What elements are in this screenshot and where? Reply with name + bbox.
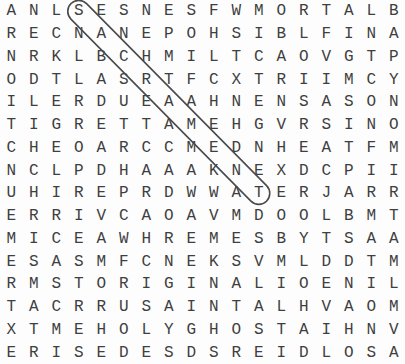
grid-cell[interactable]: B <box>270 228 293 251</box>
grid-cell[interactable]: L <box>135 319 158 342</box>
grid-cell[interactable]: R <box>113 137 136 160</box>
grid-cell[interactable]: R <box>68 91 91 114</box>
grid-cell[interactable]: E <box>248 159 271 182</box>
grid-cell[interactable]: S <box>203 341 226 364</box>
grid-cell[interactable]: V <box>248 250 271 273</box>
grid-cell[interactable]: R <box>23 46 46 69</box>
grid-cell[interactable]: D <box>180 341 203 364</box>
grid-cell[interactable]: N <box>135 0 158 23</box>
grid-cell[interactable]: C <box>135 137 158 160</box>
grid-cell[interactable]: A <box>315 91 338 114</box>
grid-cell[interactable]: L <box>203 46 226 69</box>
grid-cell[interactable]: H <box>135 228 158 251</box>
grid-cell[interactable]: E <box>90 114 113 137</box>
grid-cell[interactable]: P <box>383 46 405 69</box>
grid-cell[interactable]: I <box>180 46 203 69</box>
grid-cell[interactable]: T <box>23 319 46 342</box>
grid-cell[interactable]: E <box>270 182 293 205</box>
grid-cell[interactable]: R <box>270 68 293 91</box>
grid-cell[interactable]: V <box>90 205 113 228</box>
grid-cell[interactable]: N <box>360 319 383 342</box>
grid-cell[interactable]: M <box>225 205 248 228</box>
grid-cell[interactable]: I <box>45 341 68 364</box>
grid-cell[interactable]: E <box>135 341 158 364</box>
grid-cell[interactable]: O <box>180 23 203 46</box>
grid-cell[interactable]: P <box>113 182 136 205</box>
grid-cell[interactable]: A <box>338 182 361 205</box>
grid-cell[interactable]: I <box>180 296 203 319</box>
grid-cell[interactable]: E <box>180 228 203 251</box>
grid-cell[interactable]: M <box>383 250 405 273</box>
grid-cell[interactable]: O <box>293 273 316 296</box>
grid-cell[interactable]: D <box>23 68 46 91</box>
grid-cell[interactable]: A <box>45 250 68 273</box>
grid-cell[interactable]: T <box>45 68 68 91</box>
grid-cell[interactable]: O <box>270 205 293 228</box>
grid-cell[interactable]: D <box>338 250 361 273</box>
grid-cell[interactable]: P <box>158 23 181 46</box>
grid-cell[interactable]: D <box>90 91 113 114</box>
grid-cell[interactable]: S <box>68 341 91 364</box>
grid-cell[interactable]: O <box>0 68 23 91</box>
grid-cell[interactable]: A <box>23 296 46 319</box>
grid-cell[interactable]: C <box>45 228 68 251</box>
grid-cell[interactable]: D <box>293 341 316 364</box>
grid-cell[interactable]: N <box>225 91 248 114</box>
grid-cell[interactable]: D <box>248 205 271 228</box>
grid-cell[interactable]: F <box>113 250 136 273</box>
word-search-grid: ANLSESNESFWMORTALBRECNANEPOHSIBLFINANRKL… <box>0 0 405 364</box>
grid-cell[interactable]: A <box>293 319 316 342</box>
grid-cell[interactable]: C <box>315 159 338 182</box>
grid-cell[interactable]: S <box>225 250 248 273</box>
grid-cell[interactable]: L <box>270 296 293 319</box>
grid-cell[interactable]: R <box>225 341 248 364</box>
grid-cell[interactable]: H <box>338 319 361 342</box>
grid-cell[interactable]: L <box>248 273 271 296</box>
grid-cell[interactable]: T <box>360 250 383 273</box>
grid-cell[interactable]: L <box>45 0 68 23</box>
grid-cell[interactable]: T <box>225 46 248 69</box>
grid-cell[interactable]: S <box>68 0 91 23</box>
grid-cell[interactable]: N <box>360 23 383 46</box>
grid-cell[interactable]: X <box>270 159 293 182</box>
grid-cell[interactable]: K <box>45 46 68 69</box>
grid-cell[interactable]: L <box>68 46 91 69</box>
grid-cell[interactable]: U <box>0 182 23 205</box>
grid-cell[interactable]: E <box>68 319 91 342</box>
grid-cell[interactable]: I <box>383 159 405 182</box>
grid-cell[interactable]: E <box>90 182 113 205</box>
grid-cell[interactable]: A <box>90 68 113 91</box>
grid-cell[interactable]: O <box>270 0 293 23</box>
grid-cell[interactable]: X <box>0 319 23 342</box>
grid-cell[interactable]: E <box>293 137 316 160</box>
grid-cell[interactable]: I <box>68 205 91 228</box>
grid-cell[interactable]: L <box>23 91 46 114</box>
grid-cell[interactable]: L <box>360 0 383 23</box>
grid-cell[interactable]: S <box>248 319 271 342</box>
grid-cell[interactable]: A <box>90 23 113 46</box>
grid-cell[interactable]: C <box>0 137 23 160</box>
grid-cell[interactable]: W <box>203 182 226 205</box>
grid-cell[interactable]: N <box>248 137 271 160</box>
grid-cell[interactable]: S <box>158 341 181 364</box>
grid-cell[interactable]: L <box>315 341 338 364</box>
grid-cell[interactable]: T <box>0 114 23 137</box>
grid-cell[interactable]: E <box>203 137 226 160</box>
grid-cell[interactable]: A <box>135 159 158 182</box>
grid-cell[interactable]: T <box>248 182 271 205</box>
grid-cell[interactable]: E <box>248 341 271 364</box>
grid-cell[interactable]: E <box>180 250 203 273</box>
grid-cell[interactable]: N <box>203 273 226 296</box>
grid-cell[interactable]: H <box>23 182 46 205</box>
grid-cell[interactable]: A <box>248 296 271 319</box>
grid-cell[interactable]: P <box>338 159 361 182</box>
grid-cell[interactable]: Y <box>293 228 316 251</box>
grid-cell[interactable]: R <box>68 182 91 205</box>
grid-cell[interactable]: J <box>315 182 338 205</box>
grid-cell[interactable]: R <box>0 273 23 296</box>
grid-cell[interactable]: H <box>203 23 226 46</box>
grid-cell[interactable]: O <box>293 46 316 69</box>
grid-cell[interactable]: S <box>113 68 136 91</box>
grid-cell[interactable]: E <box>0 205 23 228</box>
grid-cell[interactable]: O <box>225 319 248 342</box>
grid-cell[interactable]: H <box>270 137 293 160</box>
grid-cell[interactable]: N <box>225 159 248 182</box>
grid-cell[interactable]: I <box>270 341 293 364</box>
grid-cell[interactable]: T <box>68 273 91 296</box>
grid-cell[interactable]: I <box>360 159 383 182</box>
grid-cell[interactable]: S <box>135 296 158 319</box>
grid-cell[interactable]: I <box>315 68 338 91</box>
grid-cell[interactable]: D <box>113 341 136 364</box>
grid-cell[interactable]: A <box>383 23 405 46</box>
grid-cell[interactable]: E <box>90 0 113 23</box>
grid-cell[interactable]: I <box>23 114 46 137</box>
grid-cell[interactable]: L <box>383 273 405 296</box>
grid-cell[interactable]: N <box>338 273 361 296</box>
grid-cell[interactable]: E <box>225 228 248 251</box>
grid-cell[interactable]: E <box>158 0 181 23</box>
grid-cell[interactable]: H <box>90 319 113 342</box>
grid-cell[interactable]: R <box>90 296 113 319</box>
grid-cell[interactable]: Y <box>383 68 405 91</box>
grid-cell[interactable]: V <box>383 319 405 342</box>
grid-cell[interactable]: F <box>315 23 338 46</box>
grid-cell[interactable]: R <box>293 182 316 205</box>
word-search-board: ANLSESNESFWMORTALBRECNANEPOHSIBLFINANRKL… <box>0 0 405 364</box>
grid-cell[interactable]: G <box>158 273 181 296</box>
grid-cell[interactable]: E <box>68 228 91 251</box>
grid-cell[interactable]: S <box>315 114 338 137</box>
grid-cell[interactable]: T <box>315 0 338 23</box>
grid-cell[interactable]: T <box>0 296 23 319</box>
grid-cell[interactable]: T <box>270 319 293 342</box>
grid-cell[interactable]: B <box>270 23 293 46</box>
grid-cell[interactable]: A <box>158 296 181 319</box>
grid-cell[interactable]: I <box>338 23 361 46</box>
grid-cell[interactable]: R <box>0 23 23 46</box>
grid-cell[interactable]: R <box>293 0 316 23</box>
grid-cell[interactable]: T <box>113 114 136 137</box>
grid-cell[interactable]: R <box>360 182 383 205</box>
grid-cell[interactable]: H <box>203 319 226 342</box>
grid-cell[interactable]: I <box>293 68 316 91</box>
grid-cell[interactable]: C <box>158 137 181 160</box>
grid-cell[interactable]: I <box>338 114 361 137</box>
grid-cell[interactable]: I <box>248 23 271 46</box>
grid-cell[interactable]: A <box>225 182 248 205</box>
grid-cell[interactable]: O <box>158 205 181 228</box>
grid-cell[interactable]: I <box>315 319 338 342</box>
grid-cell[interactable]: S <box>180 0 203 23</box>
grid-cell[interactable]: O <box>68 137 91 160</box>
grid-cell[interactable]: E <box>135 91 158 114</box>
grid-cell[interactable]: O <box>338 341 361 364</box>
grid-cell[interactable]: X <box>225 68 248 91</box>
grid-cell[interactable]: R <box>68 296 91 319</box>
grid-cell[interactable]: A <box>338 0 361 23</box>
grid-cell[interactable]: E <box>45 137 68 160</box>
grid-cell[interactable]: M <box>23 273 46 296</box>
grid-cell[interactable]: U <box>113 296 136 319</box>
grid-cell[interactable]: M <box>0 228 23 251</box>
grid-cell[interactable]: H <box>203 91 226 114</box>
grid-cell[interactable]: E <box>248 91 271 114</box>
grid-cell[interactable]: M <box>90 250 113 273</box>
grid-cell[interactable]: P <box>68 159 91 182</box>
grid-cell[interactable]: F <box>203 0 226 23</box>
grid-cell[interactable]: S <box>338 91 361 114</box>
grid-cell[interactable]: M <box>383 137 405 160</box>
grid-cell[interactable]: A <box>360 228 383 251</box>
grid-cell[interactable]: O <box>360 296 383 319</box>
grid-cell[interactable]: E <box>0 250 23 273</box>
grid-cell[interactable]: R <box>383 182 405 205</box>
grid-cell[interactable]: N <box>270 91 293 114</box>
grid-cell[interactable]: U <box>113 91 136 114</box>
grid-cell[interactable]: M <box>338 68 361 91</box>
grid-cell[interactable]: I <box>0 91 23 114</box>
grid-cell[interactable]: H <box>135 46 158 69</box>
grid-cell[interactable]: E <box>23 23 46 46</box>
grid-cell[interactable]: L <box>293 23 316 46</box>
grid-cell[interactable]: W <box>225 0 248 23</box>
grid-cell[interactable]: T <box>315 228 338 251</box>
grid-cell[interactable]: R <box>113 273 136 296</box>
grid-cell[interactable]: H <box>23 137 46 160</box>
grid-cell[interactable]: M <box>248 0 271 23</box>
grid-cell[interactable]: O <box>113 319 136 342</box>
grid-cell[interactable]: R <box>68 114 91 137</box>
grid-cell[interactable]: C <box>45 23 68 46</box>
grid-cell[interactable]: N <box>0 159 23 182</box>
grid-cell[interactable]: S <box>293 91 316 114</box>
grid-cell[interactable]: G <box>45 114 68 137</box>
grid-cell[interactable]: A <box>90 228 113 251</box>
grid-cell[interactable]: R <box>135 68 158 91</box>
grid-cell[interactable]: R <box>45 205 68 228</box>
grid-cell[interactable]: N <box>360 114 383 137</box>
grid-cell[interactable]: R <box>158 228 181 251</box>
grid-cell[interactable]: G <box>248 114 271 137</box>
grid-cell[interactable]: K <box>203 159 226 182</box>
grid-cell[interactable]: D <box>158 182 181 205</box>
grid-cell[interactable]: T <box>135 114 158 137</box>
grid-cell[interactable]: T <box>248 68 271 91</box>
grid-cell[interactable]: T <box>225 296 248 319</box>
grid-cell[interactable]: F <box>360 137 383 160</box>
grid-cell[interactable]: E <box>0 341 23 364</box>
grid-cell[interactable]: G <box>338 46 361 69</box>
grid-cell[interactable]: D <box>90 159 113 182</box>
grid-cell[interactable]: R <box>23 205 46 228</box>
grid-cell[interactable]: D <box>315 250 338 273</box>
grid-cell[interactable]: A <box>338 296 361 319</box>
grid-cell[interactable]: A <box>158 114 181 137</box>
grid-cell[interactable]: N <box>113 23 136 46</box>
grid-cell[interactable]: V <box>315 46 338 69</box>
grid-cell[interactable]: A <box>90 137 113 160</box>
grid-cell[interactable]: S <box>360 341 383 364</box>
grid-cell[interactable]: L <box>68 68 91 91</box>
grid-cell[interactable]: M <box>158 46 181 69</box>
grid-cell[interactable]: E <box>203 114 226 137</box>
grid-cell[interactable]: C <box>203 68 226 91</box>
grid-cell[interactable]: W <box>180 182 203 205</box>
grid-cell[interactable]: A <box>315 137 338 160</box>
grid-cell[interactable]: M <box>45 319 68 342</box>
grid-cell[interactable]: B <box>90 46 113 69</box>
grid-cell[interactable]: Y <box>158 319 181 342</box>
grid-cell[interactable]: R <box>23 341 46 364</box>
grid-cell[interactable]: A <box>180 91 203 114</box>
grid-cell[interactable]: T <box>383 205 405 228</box>
grid-cell[interactable]: A <box>158 91 181 114</box>
grid-cell[interactable]: O <box>383 114 405 137</box>
grid-cell[interactable]: H <box>293 296 316 319</box>
grid-cell[interactable]: A <box>383 341 405 364</box>
grid-cell[interactable]: V <box>203 205 226 228</box>
grid-cell[interactable]: G <box>180 319 203 342</box>
grid-cell[interactable]: C <box>113 46 136 69</box>
grid-cell[interactable]: E <box>45 91 68 114</box>
grid-cell[interactable]: S <box>225 23 248 46</box>
grid-cell[interactable]: C <box>45 296 68 319</box>
grid-cell[interactable]: S <box>248 228 271 251</box>
grid-cell[interactable]: S <box>45 273 68 296</box>
grid-cell[interactable]: R <box>135 182 158 205</box>
grid-cell[interactable]: B <box>383 0 405 23</box>
grid-cell[interactable]: V <box>270 114 293 137</box>
grid-cell[interactable]: A <box>0 0 23 23</box>
grid-cell[interactable]: T <box>158 68 181 91</box>
grid-cell[interactable]: L <box>315 205 338 228</box>
grid-cell[interactable]: L <box>45 159 68 182</box>
grid-cell[interactable]: M <box>203 228 226 251</box>
grid-cell[interactable]: O <box>360 91 383 114</box>
grid-cell[interactable]: N <box>68 23 91 46</box>
grid-cell[interactable]: A <box>225 273 248 296</box>
grid-cell[interactable]: O <box>90 273 113 296</box>
grid-cell[interactable]: N <box>158 250 181 273</box>
grid-cell[interactable]: C <box>248 46 271 69</box>
grid-cell[interactable]: W <box>113 228 136 251</box>
grid-cell[interactable]: R <box>293 114 316 137</box>
grid-cell[interactable]: M <box>270 250 293 273</box>
grid-cell[interactable]: I <box>270 273 293 296</box>
grid-cell[interactable]: L <box>293 250 316 273</box>
grid-cell[interactable]: N <box>23 0 46 23</box>
grid-cell[interactable]: D <box>225 137 248 160</box>
grid-cell[interactable]: S <box>68 250 91 273</box>
grid-cell[interactable]: A <box>383 228 405 251</box>
grid-cell[interactable]: K <box>203 250 226 273</box>
grid-cell[interactable]: C <box>113 205 136 228</box>
grid-cell[interactable]: A <box>158 159 181 182</box>
grid-cell[interactable]: M <box>360 205 383 228</box>
grid-cell[interactable]: A <box>180 205 203 228</box>
grid-cell[interactable]: C <box>135 250 158 273</box>
grid-cell[interactable]: C <box>23 159 46 182</box>
grid-cell[interactable]: I <box>360 273 383 296</box>
grid-cell[interactable]: M <box>383 296 405 319</box>
grid-cell[interactable]: A <box>135 205 158 228</box>
grid-cell[interactable]: M <box>180 114 203 137</box>
grid-cell[interactable]: I <box>23 228 46 251</box>
grid-cell[interactable]: O <box>293 205 316 228</box>
grid-cell[interactable]: T <box>338 137 361 160</box>
grid-cell[interactable]: B <box>338 205 361 228</box>
grid-cell[interactable]: A <box>270 46 293 69</box>
grid-cell[interactable]: S <box>338 228 361 251</box>
grid-cell[interactable]: S <box>113 0 136 23</box>
grid-cell[interactable]: S <box>23 250 46 273</box>
grid-cell[interactable]: A <box>180 159 203 182</box>
grid-cell[interactable]: E <box>315 273 338 296</box>
grid-cell[interactable]: H <box>113 159 136 182</box>
grid-cell[interactable]: N <box>0 46 23 69</box>
grid-cell[interactable]: D <box>293 159 316 182</box>
grid-cell[interactable]: I <box>180 273 203 296</box>
grid-cell[interactable]: V <box>315 296 338 319</box>
grid-cell[interactable]: N <box>203 296 226 319</box>
grid-cell[interactable]: E <box>135 23 158 46</box>
grid-cell[interactable]: T <box>360 46 383 69</box>
grid-cell[interactable]: I <box>135 273 158 296</box>
grid-cell[interactable]: I <box>45 182 68 205</box>
grid-cell[interactable]: H <box>225 114 248 137</box>
grid-cell[interactable]: E <box>90 341 113 364</box>
grid-cell[interactable]: M <box>180 137 203 160</box>
grid-cell[interactable]: C <box>360 68 383 91</box>
grid-cell[interactable]: N <box>383 91 405 114</box>
grid-cell[interactable]: F <box>180 68 203 91</box>
